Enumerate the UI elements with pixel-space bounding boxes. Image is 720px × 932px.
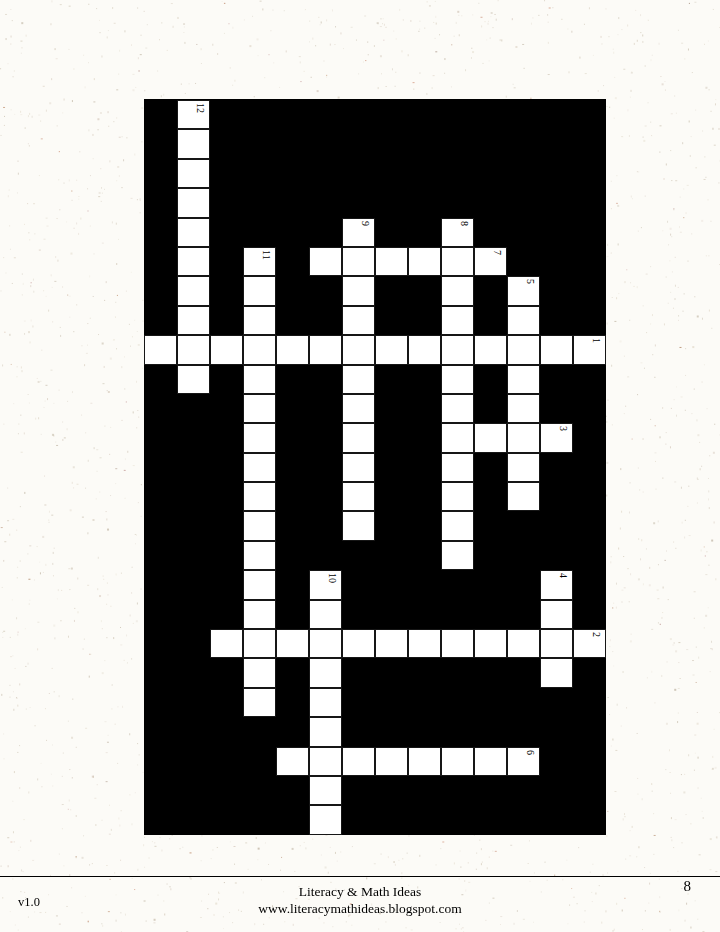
- crossword-cell[interactable]: [243, 394, 276, 423]
- crossword-cell[interactable]: 4: [540, 570, 573, 599]
- crossword-cell[interactable]: [474, 747, 507, 776]
- crossword-cell[interactable]: [177, 306, 210, 335]
- crossword-cell[interactable]: [243, 658, 276, 687]
- crossword-cell[interactable]: [243, 511, 276, 540]
- footer-brand-block: Literacy & Math Ideas www.literacymathid…: [0, 884, 720, 917]
- crossword-cell[interactable]: [243, 688, 276, 717]
- crossword-cell[interactable]: [309, 776, 342, 805]
- crossword-cell[interactable]: [408, 629, 441, 658]
- clue-number: 3: [558, 426, 568, 431]
- crossword-cell[interactable]: [441, 747, 474, 776]
- crossword-cell[interactable]: [342, 629, 375, 658]
- crossword-cell[interactable]: [540, 600, 573, 629]
- clue-number: 1: [591, 338, 601, 343]
- crossword-cell[interactable]: [540, 335, 573, 364]
- crossword-cell[interactable]: 7: [474, 247, 507, 276]
- page-number: 8: [684, 878, 692, 895]
- crossword-cell[interactable]: [507, 482, 540, 511]
- crossword-cell[interactable]: [474, 629, 507, 658]
- crossword-cell[interactable]: [342, 276, 375, 305]
- crossword-cell[interactable]: [441, 394, 474, 423]
- crossword-cell[interactable]: [210, 629, 243, 658]
- crossword-cell[interactable]: [243, 276, 276, 305]
- crossword-cell[interactable]: [507, 306, 540, 335]
- crossword-cell[interactable]: [342, 453, 375, 482]
- crossword-cell[interactable]: [441, 247, 474, 276]
- crossword-cell[interactable]: [342, 423, 375, 452]
- crossword-cell[interactable]: [210, 335, 243, 364]
- crossword-cell[interactable]: [441, 335, 474, 364]
- crossword-cell[interactable]: [309, 658, 342, 687]
- crossword-cell[interactable]: 12: [177, 100, 210, 129]
- crossword-cell[interactable]: [408, 247, 441, 276]
- crossword-cell[interactable]: 2: [573, 629, 606, 658]
- crossword-cell[interactable]: [375, 335, 408, 364]
- crossword-cell[interactable]: [309, 688, 342, 717]
- crossword-cell[interactable]: [243, 335, 276, 364]
- crossword-cell[interactable]: [507, 394, 540, 423]
- crossword-cell[interactable]: [144, 335, 177, 364]
- crossword-cell[interactable]: [408, 335, 441, 364]
- clue-number: 2: [591, 632, 601, 637]
- crossword-cell[interactable]: [441, 511, 474, 540]
- crossword-cell[interactable]: [441, 306, 474, 335]
- crossword-cell[interactable]: [243, 629, 276, 658]
- crossword-cell[interactable]: [342, 247, 375, 276]
- crossword-cell[interactable]: [309, 600, 342, 629]
- crossword-cell[interactable]: [441, 423, 474, 452]
- crossword-cell[interactable]: [243, 306, 276, 335]
- crossword-cell[interactable]: [309, 247, 342, 276]
- crossword-cell[interactable]: 8: [441, 218, 474, 247]
- crossword-cell[interactable]: [507, 335, 540, 364]
- crossword-cell[interactable]: 3: [540, 423, 573, 452]
- clue-number: 8: [459, 221, 469, 226]
- crossword-cell[interactable]: [342, 365, 375, 394]
- crossword-cell[interactable]: [441, 629, 474, 658]
- crossword-cell[interactable]: [375, 747, 408, 776]
- crossword-cell[interactable]: [276, 629, 309, 658]
- crossword-cell[interactable]: [276, 335, 309, 364]
- clue-number: 7: [492, 250, 502, 255]
- crossword-cell[interactable]: [507, 365, 540, 394]
- crossword-cell[interactable]: [243, 600, 276, 629]
- crossword-cell[interactable]: [507, 423, 540, 452]
- crossword-cell[interactable]: [177, 276, 210, 305]
- crossword-cell[interactable]: [342, 511, 375, 540]
- crossword-cell[interactable]: [243, 423, 276, 452]
- crossword-cell[interactable]: [177, 335, 210, 364]
- crossword-cell[interactable]: [474, 335, 507, 364]
- crossword-cell[interactable]: [441, 541, 474, 570]
- crossword-cell[interactable]: [177, 159, 210, 188]
- crossword-cell[interactable]: [441, 482, 474, 511]
- version-label: v1.0: [18, 895, 40, 910]
- crossword-cell[interactable]: [177, 247, 210, 276]
- crossword-cell[interactable]: 5: [507, 276, 540, 305]
- crossword-cell[interactable]: 1: [573, 335, 606, 364]
- crossword-cell[interactable]: [540, 658, 573, 687]
- crossword-cell[interactable]: [507, 453, 540, 482]
- crossword-cell[interactable]: [342, 335, 375, 364]
- crossword-cell[interactable]: [309, 335, 342, 364]
- crossword-cell[interactable]: [243, 570, 276, 599]
- footer-divider: [0, 876, 720, 877]
- clue-number: 10: [327, 573, 337, 583]
- crossword-cell[interactable]: 11: [243, 247, 276, 276]
- crossword-cell[interactable]: [375, 629, 408, 658]
- crossword-cell[interactable]: [177, 365, 210, 394]
- clue-number: 4: [558, 573, 568, 578]
- crossword-cell[interactable]: [177, 129, 210, 158]
- crossword-cell[interactable]: [342, 747, 375, 776]
- clue-number: 9: [360, 221, 370, 226]
- clue-number: 11: [261, 250, 271, 260]
- crossword-cell[interactable]: [342, 482, 375, 511]
- clue-number: 5: [525, 279, 535, 284]
- crossword-cell[interactable]: [540, 629, 573, 658]
- crossword-cell[interactable]: [309, 747, 342, 776]
- brand-name: Literacy & Math Ideas: [0, 884, 720, 901]
- crossword-grid: 129811751310426: [144, 100, 606, 835]
- crossword-cell[interactable]: [375, 247, 408, 276]
- clue-number: 6: [525, 750, 535, 755]
- crossword-cell[interactable]: [177, 188, 210, 217]
- crossword-cell[interactable]: [507, 629, 540, 658]
- crossword-cell[interactable]: [309, 717, 342, 746]
- brand-url: www.literacymathideas.blogspot.com: [0, 901, 720, 918]
- crossword-cell[interactable]: [243, 482, 276, 511]
- clue-number: 12: [195, 103, 205, 113]
- crossword-cell[interactable]: 6: [507, 747, 540, 776]
- crossword-cell[interactable]: [441, 276, 474, 305]
- crossword-cell[interactable]: [177, 218, 210, 247]
- crossword-cell[interactable]: [309, 629, 342, 658]
- crossword-board: 129811751310426: [144, 99, 606, 835]
- crossword-cell[interactable]: [441, 365, 474, 394]
- crossword-cell[interactable]: 9: [342, 218, 375, 247]
- crossword-cell[interactable]: [309, 805, 342, 834]
- crossword-cell[interactable]: [243, 365, 276, 394]
- crossword-cell[interactable]: [243, 453, 276, 482]
- crossword-cell[interactable]: [408, 747, 441, 776]
- crossword-cell[interactable]: [474, 423, 507, 452]
- crossword-cell[interactable]: [441, 453, 474, 482]
- crossword-cell[interactable]: [342, 306, 375, 335]
- crossword-cell[interactable]: [342, 394, 375, 423]
- crossword-cell[interactable]: [243, 541, 276, 570]
- crossword-cell[interactable]: [276, 747, 309, 776]
- crossword-cell[interactable]: 10: [309, 570, 342, 599]
